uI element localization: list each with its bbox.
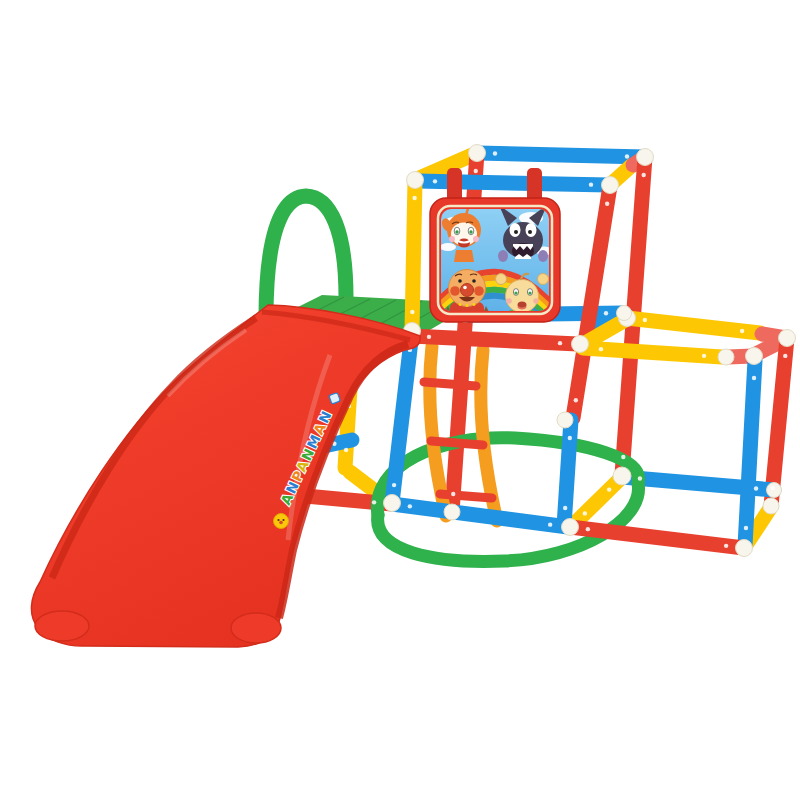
product-photo: ANPANMAN [0,0,800,800]
toy-scene: ANPANMAN [0,0,800,800]
character-panel [430,168,560,329]
